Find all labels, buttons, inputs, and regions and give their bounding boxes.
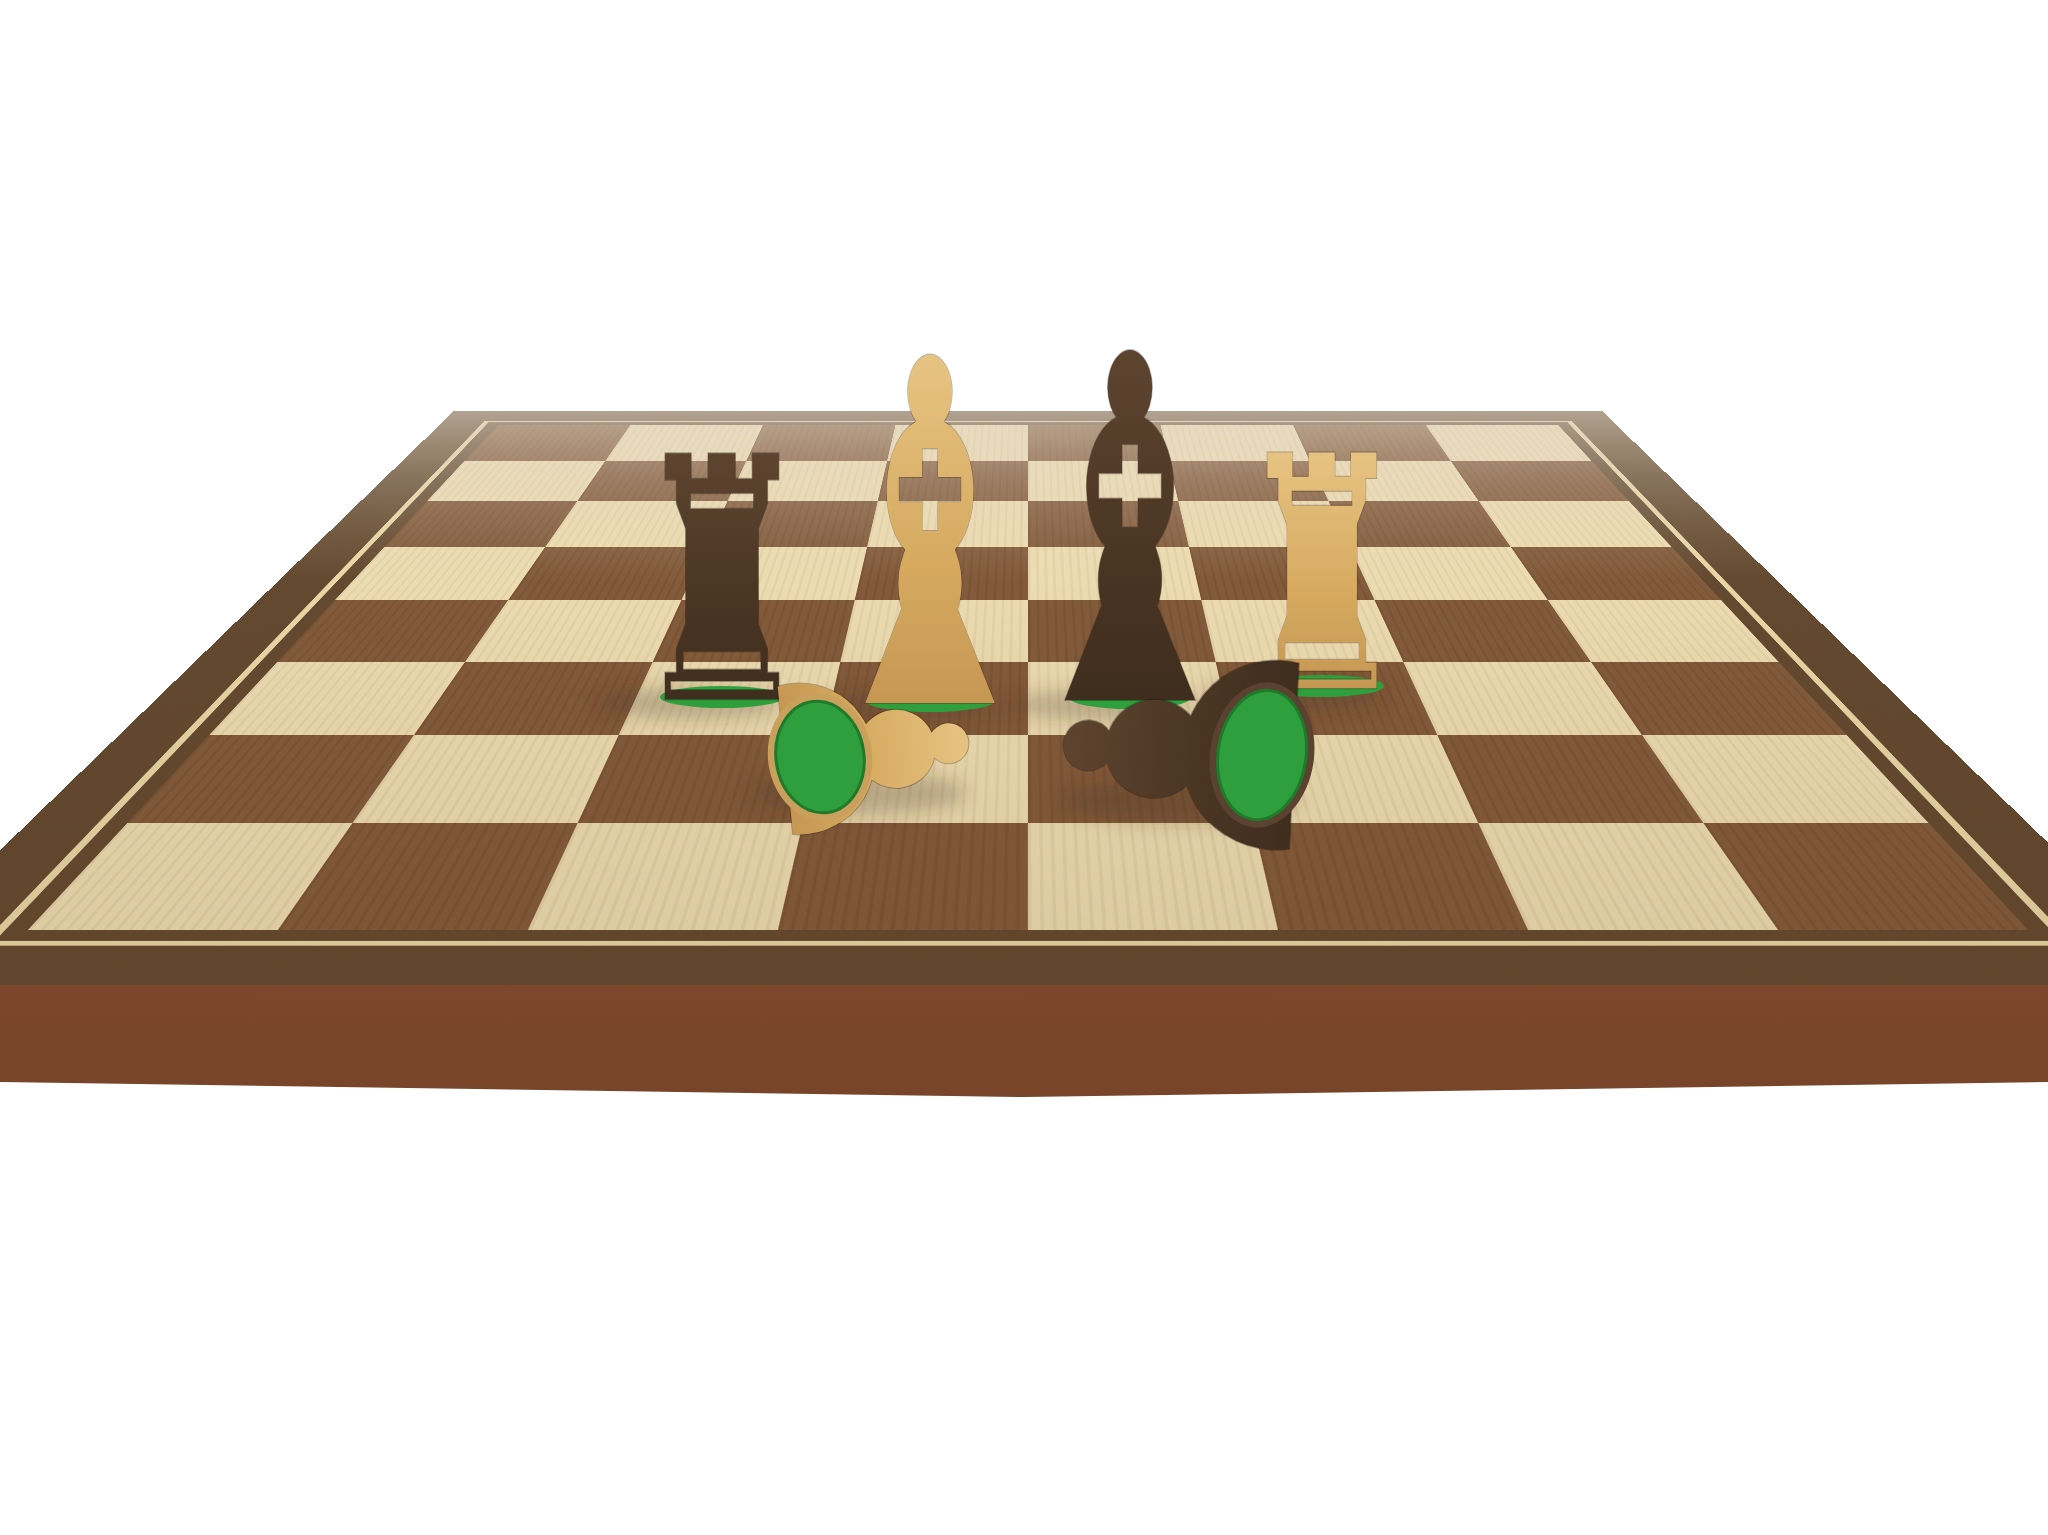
black-pawn-e2-fallen: ♟ [994, 599, 1376, 901]
white-pawn-c2-fallen: ♟ [715, 624, 1030, 879]
piece-glyphs: ♜♝♝♜♟♟ [631, 256, 1409, 901]
white-pawn-c2-fallen-glyph: ♟ [715, 624, 1030, 879]
black-pawn-e2-fallen-glyph: ♟ [994, 599, 1376, 901]
pieces-layer: ♜♝♝♜♟♟ [0, 0, 2048, 1535]
chessboard-photo: { "game": "chess", "scene_description": … [0, 0, 2048, 1535]
